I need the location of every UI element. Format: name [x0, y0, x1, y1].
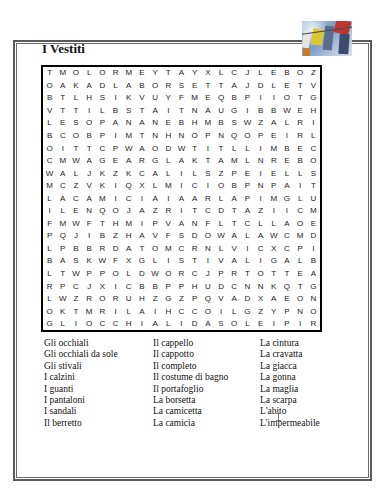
grid-cell: T — [188, 255, 201, 268]
grid-cell: I — [175, 318, 188, 331]
grid-cell: I — [267, 92, 280, 105]
grid-cell: B — [43, 130, 56, 143]
grid-cell: E — [280, 293, 293, 306]
grid-cell: Z — [109, 230, 122, 243]
grid-cell: C — [69, 192, 82, 205]
grid-cell: P — [56, 280, 69, 293]
grid-cell: M — [43, 180, 56, 193]
grid-cell: P — [175, 280, 188, 293]
grid-cell: P — [149, 218, 162, 231]
grid-cell: L — [241, 142, 254, 155]
grid-cell: A — [56, 167, 69, 180]
grid-cell: A — [83, 192, 96, 205]
grid-cell: L — [109, 80, 122, 93]
grid-cell: A — [214, 155, 227, 168]
grid-cell: E — [267, 130, 280, 143]
grid-cell: C — [254, 243, 267, 256]
grid-cell: Y — [267, 305, 280, 318]
grid-cell: A — [109, 117, 122, 130]
grid-cell: S — [307, 167, 320, 180]
word-list-item: La maglia — [260, 384, 372, 395]
grid-cell: I — [201, 255, 214, 268]
grid-cell: K — [96, 167, 109, 180]
grid-cell: A — [241, 205, 254, 218]
grid-cell: I — [254, 142, 267, 155]
grid-cell: I — [254, 92, 267, 105]
grid-cell: I — [109, 305, 122, 318]
grid-cell: M — [122, 130, 135, 143]
grid-cell: A — [135, 305, 148, 318]
grid-cell: Z — [149, 205, 162, 218]
grid-cell: B — [83, 243, 96, 256]
grid-cell: L — [254, 67, 267, 80]
grid-cell: G — [307, 280, 320, 293]
grid-cell: B — [280, 67, 293, 80]
grid-cell: M — [267, 192, 280, 205]
grid-cell: B — [43, 255, 56, 268]
grid-cell: L — [241, 255, 254, 268]
grid-cell: S — [175, 230, 188, 243]
grid-cell: A — [267, 293, 280, 306]
grid-cell: V — [214, 293, 227, 306]
grid-cell: R — [175, 268, 188, 281]
grid-cell: C — [241, 218, 254, 231]
grid-cell: T — [69, 105, 82, 118]
grid-cell: H — [188, 280, 201, 293]
grid-cell: C — [109, 318, 122, 331]
grid-cell: O — [83, 318, 96, 331]
grid-cell: O — [69, 67, 82, 80]
grid-cell: B — [43, 92, 56, 105]
grid-cell: A — [267, 117, 280, 130]
grid-cell: D — [162, 142, 175, 155]
grid-cell: X — [135, 180, 148, 193]
grid-cell: L — [56, 318, 69, 331]
grid-cell: D — [96, 80, 109, 93]
grid-cell: A — [307, 268, 320, 281]
grid-cell: L — [83, 67, 96, 80]
grid-cell: B — [135, 80, 148, 93]
grid-cell: B — [149, 280, 162, 293]
grid-cell: E — [201, 92, 214, 105]
grid-cell: I — [83, 105, 96, 118]
grid-cell: O — [96, 293, 109, 306]
grid-cell: I — [254, 255, 267, 268]
word-list-item: Il cappello — [153, 338, 257, 349]
grid-cell: P — [43, 230, 56, 243]
word-list-item: Gli stivali — [44, 361, 150, 372]
word-list-item: La camicia — [153, 418, 257, 429]
grid-cell: A — [83, 80, 96, 93]
grid-cell: R — [96, 243, 109, 256]
grid-cell: M — [56, 218, 69, 231]
grid-cell: L — [294, 192, 307, 205]
grid-cell: H — [162, 305, 175, 318]
grid-cell: T — [56, 105, 69, 118]
grid-cell: D — [135, 268, 148, 281]
grid-cell: L — [267, 80, 280, 93]
grid-cell: C — [201, 205, 214, 218]
grid-cell: S — [175, 80, 188, 93]
grid-cell: L — [280, 117, 293, 130]
grid-cell: I — [254, 167, 267, 180]
grid-cell: M — [122, 67, 135, 80]
grid-cell: M — [162, 243, 175, 256]
grid-cell: T — [69, 305, 82, 318]
grid-cell: M — [162, 180, 175, 193]
grid-cell: U — [122, 293, 135, 306]
grid-cell: D — [109, 243, 122, 256]
grid-cell: A — [83, 155, 96, 168]
grid-cell: L — [162, 155, 175, 168]
grid-cell: O — [214, 180, 227, 193]
grid-cell: R — [83, 293, 96, 306]
grid-cell: T — [188, 142, 201, 155]
word-list-item: La gonna — [260, 372, 372, 383]
grid-cell: G — [43, 318, 56, 331]
grid-cell: R — [267, 155, 280, 168]
grid-cell: C — [122, 280, 135, 293]
grid-cell: A — [122, 80, 135, 93]
grid-cell: V — [214, 255, 227, 268]
grid-cell: Z — [69, 180, 82, 193]
grid-cell: B — [135, 280, 148, 293]
grid-cell: I — [43, 205, 56, 218]
grid-cell: X — [201, 67, 214, 80]
grid-cell: B — [280, 142, 293, 155]
grid-cell: I — [56, 142, 69, 155]
grid-cell: I — [294, 318, 307, 331]
grid-cell: A — [175, 192, 188, 205]
grid-cell: C — [175, 243, 188, 256]
grid-cell: L — [122, 268, 135, 281]
grid-cell: P — [294, 243, 307, 256]
grid-cell: W — [96, 255, 109, 268]
grid-cell: Y — [149, 67, 162, 80]
grid-cell: C — [294, 205, 307, 218]
grid-cell: C — [69, 280, 82, 293]
grid-cell: T — [294, 280, 307, 293]
grid-cell: S — [69, 117, 82, 130]
grid-cell: I — [162, 192, 175, 205]
grid-cell: L — [228, 142, 241, 155]
grid-cell: E — [307, 218, 320, 231]
grid-cell: E — [135, 67, 148, 80]
word-list-item: Gli occhiali da sole — [44, 349, 150, 360]
grid-cell: L — [162, 318, 175, 331]
grid-cell: A — [280, 180, 293, 193]
grid-cell: L — [96, 105, 109, 118]
grid-cell: G — [241, 305, 254, 318]
grid-cell: E — [294, 105, 307, 118]
grid-cell: O — [188, 130, 201, 143]
grid-cell: O — [241, 130, 254, 143]
grid-cell: R — [294, 130, 307, 143]
grid-cell: W — [56, 293, 69, 306]
grid-cell: L — [228, 305, 241, 318]
grid-cell: O — [254, 268, 267, 281]
grid-cell: Z — [254, 117, 267, 130]
word-search-grid: TMOLORMEYTAYXLCJLEBOZOAKADLABORSETTAJDLE… — [41, 65, 322, 332]
grid-cell: L — [122, 305, 135, 318]
grid-cell: M — [96, 192, 109, 205]
grid-cell: Q — [122, 180, 135, 193]
word-list-item: Il completo — [153, 361, 257, 372]
grid-cell: C — [228, 280, 241, 293]
grid-cell: F — [83, 218, 96, 231]
grid-cell: A — [280, 218, 293, 231]
grid-cell: Z — [109, 167, 122, 180]
grid-cell: D — [307, 230, 320, 243]
grid-cell: P — [241, 192, 254, 205]
grid-cell: T — [228, 218, 241, 231]
grid-cell: L — [56, 205, 69, 218]
grid-cell: T — [135, 105, 148, 118]
word-column: Il cappelloIl cappottoIl completoIl cost… — [153, 338, 257, 429]
grid-cell: Q — [96, 205, 109, 218]
grid-cell: I — [294, 180, 307, 193]
grid-cell: Q — [201, 293, 214, 306]
grid-cell: O — [294, 67, 307, 80]
grid-cell: N — [254, 280, 267, 293]
grid-cell: P — [214, 268, 227, 281]
grid-cell: F — [175, 92, 188, 105]
grid-cell: A — [135, 230, 148, 243]
grid-cell: L — [69, 167, 82, 180]
grid-cell: E — [294, 268, 307, 281]
grid-cell: U — [307, 192, 320, 205]
grid-cell: H — [162, 130, 175, 143]
grid-cell: S — [96, 92, 109, 105]
grid-cell: G — [280, 192, 293, 205]
grid-cell: C — [96, 142, 109, 155]
grid-cell: Z — [254, 305, 267, 318]
grid-cell: C — [228, 67, 241, 80]
grid-cell: W — [122, 142, 135, 155]
grid-cell: H — [122, 318, 135, 331]
grid-cell: Y — [162, 92, 175, 105]
grid-cell: L — [214, 67, 227, 80]
grid-cell: Q — [214, 92, 227, 105]
grid-cell: I — [254, 192, 267, 205]
grid-cell: R — [109, 67, 122, 80]
grid-cell: L — [280, 167, 293, 180]
grid-cell: R — [201, 192, 214, 205]
grid-cell: O — [307, 305, 320, 318]
puzzle-title: I Vestiti — [42, 41, 85, 57]
word-list-item: La cravatta — [260, 349, 372, 360]
grid-cell: P — [96, 268, 109, 281]
grid-cell: I — [267, 205, 280, 218]
grid-cell: I — [135, 192, 148, 205]
grid-cell: T — [162, 67, 175, 80]
grid-cell: T — [214, 142, 227, 155]
grid-cell: S — [69, 255, 82, 268]
grid-cell: L — [241, 318, 254, 331]
grid-cell: R — [294, 117, 307, 130]
text-cursor — [276, 413, 281, 421]
grid-cell: X — [267, 243, 280, 256]
grid-cell: I — [241, 105, 254, 118]
grid-cell: T — [43, 67, 56, 80]
grid-cell: E — [188, 80, 201, 93]
grid-cell: T — [83, 142, 96, 155]
grid-cell: P — [241, 180, 254, 193]
grid-cell: M — [83, 305, 96, 318]
word-list-item: La cintura — [260, 338, 372, 349]
grid-cell: C — [280, 230, 293, 243]
grid-cell: O — [109, 205, 122, 218]
grid-cell: I — [162, 255, 175, 268]
grid-cell: R — [109, 293, 122, 306]
grid-cell: O — [109, 268, 122, 281]
grid-cell: L — [43, 117, 56, 130]
grid-cell: L — [214, 218, 227, 231]
grid-cell: I — [135, 318, 148, 331]
grid-cell: L — [162, 167, 175, 180]
grid-cell: A — [254, 230, 267, 243]
grid-cell: T — [56, 268, 69, 281]
grid-cell: I — [83, 230, 96, 243]
grid-cell: B — [109, 105, 122, 118]
grid-cell: S — [228, 117, 241, 130]
grid-cell: J — [241, 80, 254, 93]
grid-cell: N — [188, 105, 201, 118]
grid-cell: A — [228, 80, 241, 93]
grid-cell: C — [56, 180, 69, 193]
grid-cell: M — [267, 142, 280, 155]
grid-cell: W — [43, 167, 56, 180]
grid-cell: O — [149, 142, 162, 155]
grid-cell: C — [122, 192, 135, 205]
grid-cell: I — [280, 130, 293, 143]
grid-cell: D — [254, 80, 267, 93]
grid-cell: N — [214, 130, 227, 143]
grid-cell: V — [307, 80, 320, 93]
grid-cell: I — [149, 305, 162, 318]
grid-cell: K — [83, 255, 96, 268]
grid-cell: J — [201, 268, 214, 281]
grid-cell: O — [162, 268, 175, 281]
grid-cell: V — [135, 92, 148, 105]
grid-cell: A — [201, 318, 214, 331]
grid-cell: L — [149, 255, 162, 268]
grid-cell: B — [254, 105, 267, 118]
grid-cell: B — [267, 105, 280, 118]
grid-cell: O — [294, 293, 307, 306]
grid-cell: F — [109, 255, 122, 268]
grid-cell: H — [188, 117, 201, 130]
grid-cell: E — [294, 142, 307, 155]
grid-cell: F — [162, 230, 175, 243]
grid-cell: D — [188, 230, 201, 243]
grid-cell: I — [109, 192, 122, 205]
grid-cell: T — [307, 180, 320, 193]
grid-cell: A — [135, 205, 148, 218]
grid-cell: B — [214, 117, 227, 130]
grid-cell: S — [122, 105, 135, 118]
grid-cell: B — [175, 117, 188, 130]
grid-cell: K — [188, 155, 201, 168]
grid-cell: N — [149, 117, 162, 130]
grid-cell: I — [109, 280, 122, 293]
grid-cell: I — [307, 243, 320, 256]
grid-cell: M — [228, 155, 241, 168]
grid-cell: N — [122, 117, 135, 130]
cloth-shape — [303, 48, 310, 56]
word-list-item: I calzini — [44, 372, 150, 383]
grid-cell: E — [280, 155, 293, 168]
grid-cell: H — [83, 92, 96, 105]
word-list-item: La scarpa — [260, 395, 372, 406]
grid-cell: M — [307, 205, 320, 218]
grid-cell: O — [43, 305, 56, 318]
grid-cell: O — [307, 155, 320, 168]
grid-cell: M — [56, 67, 69, 80]
grid-cell: X — [96, 280, 109, 293]
grid-cell: N — [188, 218, 201, 231]
grid-cell: L — [43, 268, 56, 281]
grid-cell: A — [149, 167, 162, 180]
grid-cell: L — [43, 243, 56, 256]
grid-cell: O — [43, 80, 56, 93]
grid-cell: I — [135, 218, 148, 231]
grid-cell: U — [214, 105, 227, 118]
grid-cell: A — [228, 192, 241, 205]
grid-cell: K — [267, 280, 280, 293]
grid-cell: W — [214, 230, 227, 243]
grid-cell: G — [162, 293, 175, 306]
grid-cell: K — [96, 180, 109, 193]
grid-cell: P — [280, 305, 293, 318]
grid-cell: H — [135, 293, 148, 306]
grid-cell: U — [149, 92, 162, 105]
grid-cell: H — [307, 105, 320, 118]
grid-cell: E — [69, 205, 82, 218]
grid-cell: B — [307, 255, 320, 268]
grid-cell: C — [188, 268, 201, 281]
grid-cell: I — [214, 305, 227, 318]
word-list-item: Il costume di bagno — [153, 372, 257, 383]
grid-cell: O — [149, 80, 162, 93]
grid-cell: C — [188, 180, 201, 193]
grid-cell: L — [149, 180, 162, 193]
grid-cell: E — [254, 318, 267, 331]
grid-cell: I — [201, 180, 214, 193]
grid-cell: P — [96, 117, 109, 130]
grid-cell: T — [69, 142, 82, 155]
word-list-item: Il berretto — [44, 418, 150, 429]
grid-cell: A — [175, 218, 188, 231]
grid-cell: B — [83, 130, 96, 143]
grid-cell: O — [201, 305, 214, 318]
grid-cell: I — [175, 205, 188, 218]
grid-cell: L — [294, 255, 307, 268]
grid-cell: B — [96, 230, 109, 243]
grid-cell: V — [228, 243, 241, 256]
grid-cell: Y — [188, 67, 201, 80]
grid-cell: T — [175, 105, 188, 118]
grid-cell: C — [175, 305, 188, 318]
grid-cell: R — [96, 305, 109, 318]
grid-cell: V — [149, 230, 162, 243]
grid-cell: A — [149, 192, 162, 205]
grid-cell: I — [175, 167, 188, 180]
grid-cell: T — [228, 205, 241, 218]
grid-cell: L — [69, 92, 82, 105]
grid-cell: P — [96, 130, 109, 143]
grid-cell: T — [188, 205, 201, 218]
